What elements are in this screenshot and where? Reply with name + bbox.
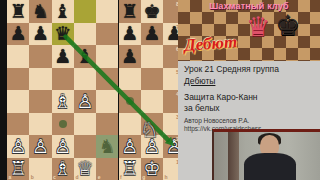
square-e6[interactable] (96, 45, 118, 68)
square-c6[interactable]: ♟ (52, 45, 74, 68)
square-e4[interactable] (96, 90, 118, 113)
white-piece-a2[interactable]: ♙ (7, 135, 29, 158)
square-e3[interactable] (96, 113, 118, 136)
file-label-h: h (165, 174, 168, 180)
file-label-d: d (75, 174, 78, 180)
square-a7[interactable]: ♟ (7, 23, 29, 46)
square-a3[interactable] (7, 113, 29, 136)
square-e7[interactable] (96, 23, 118, 46)
square-c3[interactable] (52, 113, 74, 136)
square-f8[interactable]: ♜ (119, 0, 141, 23)
logo-script-word: Дебют (183, 32, 237, 56)
rank-label-3: 3 (165, 114, 179, 120)
square-d5[interactable] (74, 68, 96, 91)
legal-move-dot (126, 97, 134, 105)
rank-label-5: 5 (165, 69, 179, 75)
cartoon-queen-icon: ♛ (246, 13, 270, 40)
file-label-b: b (31, 174, 34, 180)
file-label-c: c (53, 174, 56, 180)
dragged-knight-piece[interactable]: ♘ (140, 120, 159, 141)
square-e8[interactable] (96, 0, 118, 23)
black-piece-f8[interactable]: ♜ (119, 0, 141, 23)
cartoon-king-icon: ♚ (275, 12, 300, 40)
square-a8[interactable]: ♜ (7, 0, 29, 23)
black-piece-a7[interactable]: ♟ (7, 23, 29, 46)
white-piece-d4[interactable]: ♙ (74, 90, 96, 113)
rank-label-2: 2 (165, 136, 179, 142)
square-g8[interactable]: ♚ (141, 0, 163, 23)
square-c4[interactable]: ♗ (52, 90, 74, 113)
black-piece-f7[interactable]: ♟ (119, 23, 141, 46)
square-c2[interactable]: ♙ (52, 135, 74, 158)
rank-label-8: 8 (165, 1, 179, 7)
file-label-g: g (142, 174, 145, 180)
white-piece-c2[interactable]: ♙ (52, 135, 74, 158)
square-b5[interactable] (29, 68, 51, 91)
file-label-e: e (98, 174, 101, 180)
black-piece-c7[interactable]: ♛ (52, 23, 74, 46)
square-d2[interactable] (74, 135, 96, 158)
square-b2[interactable]: ♙ (29, 135, 51, 158)
video-frame: ♜♞♝♜♚♟♟♛♟♟♟♟♝♟♗♙♙♙♙♞♙♙♙♖♗♕♖♔87654321abcd… (0, 0, 320, 180)
presenter-shirt (244, 153, 296, 180)
square-f5[interactable] (119, 68, 141, 91)
webcam-overlay (212, 129, 320, 180)
square-b6[interactable] (29, 45, 51, 68)
square-a5[interactable] (7, 68, 29, 91)
black-piece-b7[interactable]: ♟ (29, 23, 51, 46)
square-c5[interactable] (52, 68, 74, 91)
square-f4[interactable] (119, 90, 141, 113)
rank-label-1: 1 (165, 159, 179, 165)
square-b7[interactable]: ♟ (29, 23, 51, 46)
black-piece-d6[interactable]: ♝ (74, 45, 96, 68)
square-g6[interactable] (141, 45, 163, 68)
rank-label-4: 4 (165, 91, 179, 97)
white-piece-c4[interactable]: ♗ (52, 90, 74, 113)
square-f2[interactable]: ♙ (119, 135, 141, 158)
chess-board[interactable]: ♜♞♝♜♚♟♟♛♟♟♟♟♝♟♗♙♙♙♙♞♙♙♙♖♗♕♖♔87654321abcd… (7, 0, 186, 180)
square-d8[interactable] (74, 0, 96, 23)
square-g4[interactable] (141, 90, 163, 113)
topic-line-2: за белых (184, 103, 220, 113)
legal-move-dot (59, 120, 67, 128)
white-piece-b2[interactable]: ♙ (29, 135, 51, 158)
black-piece-f6[interactable]: ♟ (119, 45, 141, 68)
square-f7[interactable]: ♟ (119, 23, 141, 46)
door-frame (228, 132, 239, 180)
square-d7[interactable] (74, 23, 96, 46)
file-label-f: f (120, 174, 122, 180)
rank-label-7: 7 (165, 24, 179, 30)
black-piece-b8[interactable]: ♞ (29, 0, 51, 23)
square-b8[interactable]: ♞ (29, 0, 51, 23)
black-piece-a8[interactable]: ♜ (7, 0, 29, 23)
square-f3[interactable] (119, 113, 141, 136)
square-g5[interactable] (141, 68, 163, 91)
square-f6[interactable]: ♟ (119, 45, 141, 68)
club-logo: Шахматный клуб ♛ ♚ Дебют (178, 0, 320, 61)
square-a2[interactable]: ♙ (7, 135, 29, 158)
square-b3[interactable] (29, 113, 51, 136)
square-a6[interactable] (7, 45, 29, 68)
last-move-highlight (74, 0, 96, 23)
file-label-a: a (9, 174, 12, 180)
square-d6[interactable]: ♝ (74, 45, 96, 68)
square-e2[interactable]: ♞ (96, 135, 118, 158)
lesson-line: Урок 21 Средняя группа (184, 64, 279, 74)
square-d4[interactable]: ♙ (74, 90, 96, 113)
section-label: Дебюты (184, 76, 215, 86)
black-piece-c6[interactable]: ♟ (52, 45, 74, 68)
square-c8[interactable]: ♝ (52, 0, 74, 23)
square-c7[interactable]: ♛ (52, 23, 74, 46)
black-piece-g7[interactable]: ♟ (141, 23, 163, 46)
square-g7[interactable]: ♟ (141, 23, 163, 46)
rank-label-6: 6 (165, 46, 179, 52)
topic-line-1: Защита Каро-Канн (184, 92, 258, 102)
square-a4[interactable] (7, 90, 29, 113)
author-line: Автор Новоселов Р.А. (184, 117, 249, 124)
black-piece-c8[interactable]: ♝ (52, 0, 74, 23)
square-b4[interactable] (29, 90, 51, 113)
black-piece-g8[interactable]: ♚ (141, 0, 163, 23)
white-piece-f2[interactable]: ♙ (119, 135, 141, 158)
square-e5[interactable] (96, 68, 118, 91)
white-piece-e2[interactable]: ♞ (96, 135, 118, 158)
square-d3[interactable] (74, 113, 96, 136)
